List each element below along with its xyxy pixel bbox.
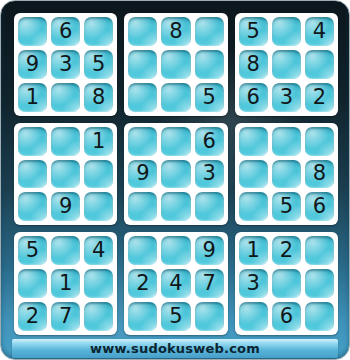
sudoku-cell[interactable] bbox=[18, 17, 47, 46]
sudoku-cell[interactable] bbox=[84, 17, 113, 46]
footer-bar: www.sudokusweb.com bbox=[12, 339, 338, 358]
sudoku-cell[interactable] bbox=[161, 160, 190, 189]
sudoku-cell[interactable] bbox=[18, 269, 47, 298]
sudoku-blocks: 693518855486321969385654127924751236 bbox=[14, 13, 338, 335]
sudoku-cell[interactable]: 9 bbox=[128, 160, 157, 189]
sudoku-cell[interactable]: 2 bbox=[128, 269, 157, 298]
sudoku-cell[interactable] bbox=[195, 192, 224, 221]
sudoku-block: 548632 bbox=[235, 13, 338, 116]
sudoku-cell[interactable] bbox=[239, 127, 268, 156]
sudoku-cell[interactable]: 3 bbox=[272, 83, 301, 112]
sudoku-cell[interactable] bbox=[161, 83, 190, 112]
sudoku-cell[interactable] bbox=[161, 236, 190, 265]
sudoku-cell[interactable]: 4 bbox=[161, 269, 190, 298]
sudoku-cell[interactable]: 2 bbox=[18, 302, 47, 331]
sudoku-cell[interactable] bbox=[239, 302, 268, 331]
sudoku-cell[interactable]: 6 bbox=[239, 83, 268, 112]
sudoku-cell[interactable]: 6 bbox=[272, 302, 301, 331]
sudoku-cell[interactable]: 4 bbox=[305, 17, 334, 46]
sudoku-cell[interactable]: 7 bbox=[195, 269, 224, 298]
sudoku-cell[interactable]: 5 bbox=[84, 50, 113, 79]
sudoku-cell[interactable] bbox=[239, 192, 268, 221]
sudoku-cell[interactable] bbox=[305, 302, 334, 331]
sudoku-block: 1236 bbox=[235, 232, 338, 335]
sudoku-cell[interactable] bbox=[128, 17, 157, 46]
sudoku-cell[interactable]: 6 bbox=[51, 17, 80, 46]
sudoku-cell[interactable] bbox=[161, 127, 190, 156]
sudoku-cell[interactable] bbox=[161, 50, 190, 79]
sudoku-cell[interactable] bbox=[51, 127, 80, 156]
sudoku-cell[interactable]: 6 bbox=[305, 192, 334, 221]
sudoku-cell[interactable]: 8 bbox=[239, 50, 268, 79]
sudoku-cell[interactable]: 8 bbox=[305, 160, 334, 189]
sudoku-cell[interactable] bbox=[18, 160, 47, 189]
sudoku-cell[interactable]: 5 bbox=[18, 236, 47, 265]
sudoku-block: 693518 bbox=[14, 13, 117, 116]
sudoku-cell[interactable]: 2 bbox=[305, 83, 334, 112]
sudoku-block: 856 bbox=[235, 123, 338, 226]
sudoku-cell[interactable] bbox=[305, 236, 334, 265]
sudoku-cell[interactable] bbox=[84, 302, 113, 331]
sudoku-cell[interactable] bbox=[51, 160, 80, 189]
sudoku-cell[interactable] bbox=[161, 192, 190, 221]
sudoku-cell[interactable] bbox=[51, 83, 80, 112]
sudoku-cell[interactable]: 5 bbox=[272, 192, 301, 221]
sudoku-cell[interactable] bbox=[128, 302, 157, 331]
sudoku-cell[interactable] bbox=[272, 17, 301, 46]
sudoku-block: 85 bbox=[124, 13, 227, 116]
sudoku-cell[interactable]: 8 bbox=[84, 83, 113, 112]
sudoku-cell[interactable]: 1 bbox=[51, 269, 80, 298]
sudoku-cell[interactable] bbox=[195, 50, 224, 79]
sudoku-cell[interactable] bbox=[18, 192, 47, 221]
site-url[interactable]: www.sudokusweb.com bbox=[90, 341, 260, 356]
sudoku-cell[interactable]: 8 bbox=[161, 17, 190, 46]
sudoku-cell[interactable] bbox=[18, 127, 47, 156]
sudoku-cell[interactable] bbox=[128, 83, 157, 112]
sudoku-board: 693518855486321969385654127924751236 www… bbox=[0, 0, 350, 360]
sudoku-cell[interactable] bbox=[128, 192, 157, 221]
sudoku-cell[interactable]: 1 bbox=[239, 236, 268, 265]
sudoku-cell[interactable]: 7 bbox=[51, 302, 80, 331]
sudoku-cell[interactable] bbox=[272, 127, 301, 156]
sudoku-cell[interactable] bbox=[84, 160, 113, 189]
sudoku-cell[interactable] bbox=[84, 192, 113, 221]
sudoku-cell[interactable] bbox=[305, 50, 334, 79]
sudoku-cell[interactable]: 5 bbox=[239, 17, 268, 46]
sudoku-cell[interactable] bbox=[195, 17, 224, 46]
sudoku-cell[interactable] bbox=[128, 236, 157, 265]
sudoku-cell[interactable]: 6 bbox=[195, 127, 224, 156]
sudoku-cell[interactable] bbox=[195, 302, 224, 331]
sudoku-cell[interactable] bbox=[272, 50, 301, 79]
sudoku-cell[interactable]: 9 bbox=[195, 236, 224, 265]
sudoku-cell[interactable]: 1 bbox=[18, 83, 47, 112]
sudoku-cell[interactable] bbox=[272, 269, 301, 298]
sudoku-cell[interactable]: 2 bbox=[272, 236, 301, 265]
sudoku-block: 693 bbox=[124, 123, 227, 226]
sudoku-cell[interactable] bbox=[128, 127, 157, 156]
sudoku-cell[interactable] bbox=[272, 160, 301, 189]
sudoku-cell[interactable]: 5 bbox=[161, 302, 190, 331]
sudoku-cell[interactable]: 9 bbox=[51, 192, 80, 221]
sudoku-cell[interactable] bbox=[128, 50, 157, 79]
sudoku-cell[interactable] bbox=[305, 269, 334, 298]
sudoku-block: 54127 bbox=[14, 232, 117, 335]
sudoku-cell[interactable] bbox=[239, 160, 268, 189]
sudoku-cell[interactable]: 5 bbox=[195, 83, 224, 112]
sudoku-cell[interactable] bbox=[51, 236, 80, 265]
sudoku-cell[interactable]: 3 bbox=[239, 269, 268, 298]
sudoku-cell[interactable] bbox=[84, 269, 113, 298]
sudoku-cell[interactable] bbox=[305, 127, 334, 156]
sudoku-block: 19 bbox=[14, 123, 117, 226]
sudoku-cell[interactable]: 1 bbox=[84, 127, 113, 156]
sudoku-cell[interactable]: 3 bbox=[51, 50, 80, 79]
sudoku-cell[interactable]: 3 bbox=[195, 160, 224, 189]
sudoku-cell[interactable]: 4 bbox=[84, 236, 113, 265]
sudoku-cell[interactable]: 9 bbox=[18, 50, 47, 79]
sudoku-block: 92475 bbox=[124, 232, 227, 335]
